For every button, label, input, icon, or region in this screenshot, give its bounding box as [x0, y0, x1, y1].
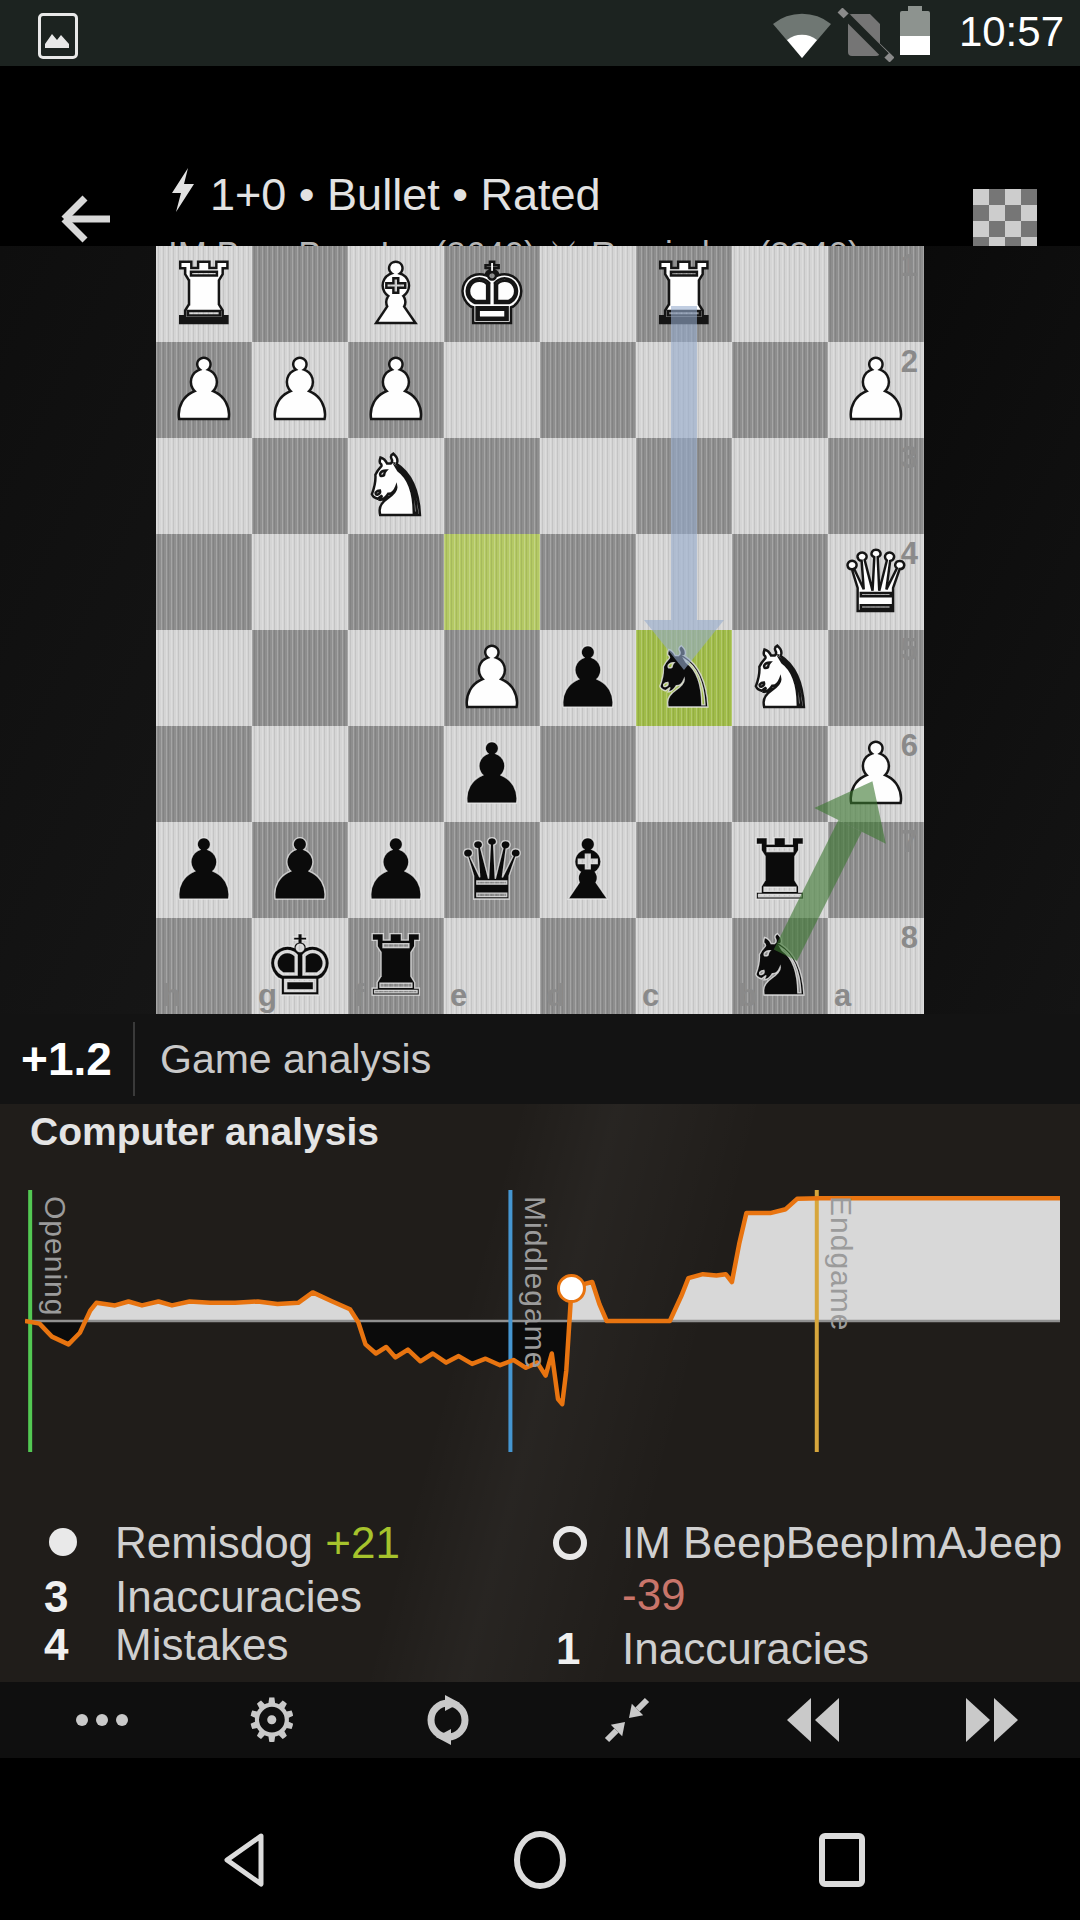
white-summary-name: Remisdog +21 — [115, 1518, 400, 1568]
white-knight-f3: ♞ — [348, 438, 444, 534]
white-bishop-f1: ♝ — [348, 246, 444, 342]
square-f5[interactable] — [348, 630, 444, 726]
board-thumbnail-button[interactable] — [973, 189, 1037, 253]
black-bishop-d7: ♝ — [540, 822, 636, 918]
square-c1[interactable]: ♜ — [636, 246, 732, 342]
white-pawn-g2: ♟ — [252, 342, 348, 438]
square-g2[interactable]: ♟ — [252, 342, 348, 438]
white-rook-h1: ♜ — [156, 246, 252, 342]
square-c4[interactable] — [636, 534, 732, 630]
square-d4[interactable] — [540, 534, 636, 630]
square-a2[interactable]: ♟2 — [828, 342, 924, 438]
rank-label-1: 1 — [901, 248, 918, 284]
app-header: 1+0 • Bullet • Rated IM BeepBeepI… (2640… — [0, 66, 1080, 246]
rank-label-7: 7 — [901, 824, 918, 860]
black-pawn-d5: ♟ — [540, 630, 636, 726]
black-pawn-e6: ♟ — [444, 726, 540, 822]
square-d8[interactable]: d — [540, 918, 636, 1014]
square-b8[interactable]: ♞b — [732, 918, 828, 1014]
square-e2[interactable] — [444, 342, 540, 438]
engine-eval: +1.2 — [0, 1014, 133, 1104]
square-a3[interactable]: 3 — [828, 438, 924, 534]
rank-label-3: 3 — [901, 440, 918, 476]
square-g5[interactable] — [252, 630, 348, 726]
black-player-marker — [553, 1526, 587, 1560]
square-c8[interactable]: c — [636, 918, 732, 1014]
square-e6[interactable]: ♟ — [444, 726, 540, 822]
square-a1[interactable]: 1 — [828, 246, 924, 342]
white-acpl: +21 — [325, 1518, 400, 1567]
square-a8[interactable]: 8a — [828, 918, 924, 1014]
lichess-analysis-screen: 10:57 1+0 • Bullet • Rated IM BeepBeepI…… — [0, 0, 1080, 1920]
autoplay-cycle-button[interactable] — [388, 1682, 508, 1758]
file-label-e: e — [450, 978, 467, 1014]
android-home-button[interactable] — [480, 1820, 600, 1900]
rank-label-4: 4 — [901, 536, 918, 572]
game-title: 1+0 • Bullet • Rated — [170, 166, 601, 224]
black-summary-name: IM BeepBeepImAJeep — [622, 1518, 1062, 1568]
white-player-marker — [49, 1528, 77, 1556]
black-rook-b7: ♜ — [732, 822, 828, 918]
square-f1[interactable]: ♝ — [348, 246, 444, 342]
square-b2[interactable] — [732, 342, 828, 438]
square-e1[interactable]: ♚ — [444, 246, 540, 342]
black-pawn-f7: ♟ — [348, 822, 444, 918]
square-f7[interactable]: ♟ — [348, 822, 444, 918]
file-label-d: d — [546, 978, 565, 1014]
square-f6[interactable] — [348, 726, 444, 822]
android-nav-bar — [0, 1808, 1080, 1920]
white-pawn-f2: ♟ — [348, 342, 444, 438]
square-h1[interactable]: ♜ — [156, 246, 252, 342]
phase-label-opening: Opening — [38, 1196, 72, 1316]
square-h7[interactable]: ♟ — [156, 822, 252, 918]
android-back-button[interactable] — [185, 1820, 305, 1900]
file-label-a: a — [834, 978, 851, 1014]
file-label-b: b — [738, 978, 757, 1014]
square-g6[interactable] — [252, 726, 348, 822]
skip-backward-button[interactable] — [753, 1682, 873, 1758]
square-b4[interactable] — [732, 534, 828, 630]
square-d7[interactable]: ♝ — [540, 822, 636, 918]
square-d6[interactable] — [540, 726, 636, 822]
white-knight-b5: ♞ — [732, 630, 828, 726]
screenshot-notification-icon — [38, 13, 78, 59]
white-rook-c1: ♜ — [636, 246, 732, 342]
square-e4[interactable] — [444, 534, 540, 630]
back-arrow-button[interactable] — [52, 184, 122, 254]
analysis-toolbar: ⚙ — [0, 1682, 1080, 1758]
white-inaccuracies-count: 3 — [44, 1572, 68, 1622]
square-b6[interactable] — [732, 726, 828, 822]
square-h6[interactable] — [156, 726, 252, 822]
black-acpl: -39 — [622, 1570, 686, 1620]
white-pawn-e5: ♟ — [444, 630, 540, 726]
rank-label-5: 5 — [901, 632, 918, 668]
phase-label-middlegame: Middlegame — [518, 1196, 552, 1369]
bullet-lightning-icon — [170, 168, 198, 223]
white-king-e1: ♚ — [444, 246, 540, 342]
battery-icon — [900, 11, 930, 55]
game-title-text: 1+0 • Bullet • Rated — [210, 169, 601, 221]
square-c6[interactable] — [636, 726, 732, 822]
square-f8[interactable]: ♜f — [348, 918, 444, 1014]
square-d1[interactable] — [540, 246, 636, 342]
status-clock: 10:57 — [959, 8, 1064, 56]
square-c2[interactable] — [636, 342, 732, 438]
square-f4[interactable] — [348, 534, 444, 630]
square-f3[interactable]: ♞ — [348, 438, 444, 534]
square-e5[interactable]: ♟ — [444, 630, 540, 726]
square-g7[interactable]: ♟ — [252, 822, 348, 918]
square-g8[interactable]: ♚g — [252, 918, 348, 1014]
square-c5[interactable]: ♞ — [636, 630, 732, 726]
black-knight-c5: ♞ — [636, 630, 732, 726]
phase-label-endgame: Endgame — [824, 1196, 858, 1331]
square-f2[interactable]: ♟ — [348, 342, 444, 438]
current-move-marker — [558, 1276, 584, 1302]
square-d5[interactable]: ♟ — [540, 630, 636, 726]
skip-forward-button[interactable] — [932, 1682, 1052, 1758]
white-pawn-h2: ♟ — [156, 342, 252, 438]
tab-title: Game analysis — [160, 1014, 431, 1104]
square-g4[interactable] — [252, 534, 348, 630]
square-h2[interactable]: ♟ — [156, 342, 252, 438]
black-inaccuracies-count: 1 — [556, 1624, 580, 1674]
analysis-tab-bar: +1.2 Game analysis i ⚙⚙⚙ — [0, 1014, 1080, 1104]
status-bar: 10:57 — [0, 0, 1080, 66]
square-d3[interactable] — [540, 438, 636, 534]
square-a7[interactable]: 7 — [828, 822, 924, 918]
white-mistakes-count: 4 — [44, 1620, 68, 1670]
square-h8[interactable]: h — [156, 918, 252, 1014]
black-pawn-h7: ♟ — [156, 822, 252, 918]
square-e7[interactable]: ♛ — [444, 822, 540, 918]
chess-board[interactable]: ♜♝♚♜1♟♟♟♟2♞3♛4♟♟♞♞5♟♟6♟♟♟♛♝♜7h♚g♜fedc♞b8… — [156, 246, 924, 1014]
white-mistakes-label: Mistakes — [115, 1620, 289, 1670]
black-queen-e7: ♛ — [444, 822, 540, 918]
square-g1[interactable] — [252, 246, 348, 342]
square-e3[interactable] — [444, 438, 540, 534]
rank-label-6: 6 — [901, 728, 918, 764]
square-c3[interactable] — [636, 438, 732, 534]
computer-analysis-heading: Computer analysis — [30, 1110, 379, 1154]
square-h4[interactable] — [156, 534, 252, 630]
square-e8[interactable]: e — [444, 918, 540, 1014]
square-g3[interactable] — [252, 438, 348, 534]
square-a5[interactable]: 5 — [828, 630, 924, 726]
square-b1[interactable] — [732, 246, 828, 342]
rank-label-8: 8 — [901, 920, 918, 956]
square-d2[interactable] — [540, 342, 636, 438]
divider — [133, 1022, 135, 1096]
wifi-icon — [770, 10, 834, 64]
square-b3[interactable] — [732, 438, 828, 534]
square-a4[interactable]: ♛4 — [828, 534, 924, 630]
collapse-arrows-button[interactable] — [567, 1682, 687, 1758]
file-label-f: f — [354, 978, 364, 1014]
white-inaccuracies-label: Inaccuracies — [115, 1572, 362, 1622]
no-sim-icon — [836, 8, 894, 66]
rank-label-2: 2 — [901, 344, 918, 380]
settings-gear-button[interactable]: ⚙ — [212, 1682, 332, 1758]
square-c7[interactable] — [636, 822, 732, 918]
square-b7[interactable]: ♜ — [732, 822, 828, 918]
file-label-g: g — [258, 978, 277, 1014]
square-h5[interactable] — [156, 630, 252, 726]
black-inaccuracies-label: Inaccuracies — [622, 1624, 869, 1674]
file-label-h: h — [162, 978, 181, 1014]
black-pawn-g7: ♟ — [252, 822, 348, 918]
menu-dots-button[interactable] — [42, 1682, 162, 1758]
file-label-c: c — [642, 978, 659, 1014]
square-b5[interactable]: ♞ — [732, 630, 828, 726]
square-a6[interactable]: ♟6 — [828, 726, 924, 822]
android-recents-button[interactable] — [782, 1820, 902, 1900]
square-h3[interactable] — [156, 438, 252, 534]
